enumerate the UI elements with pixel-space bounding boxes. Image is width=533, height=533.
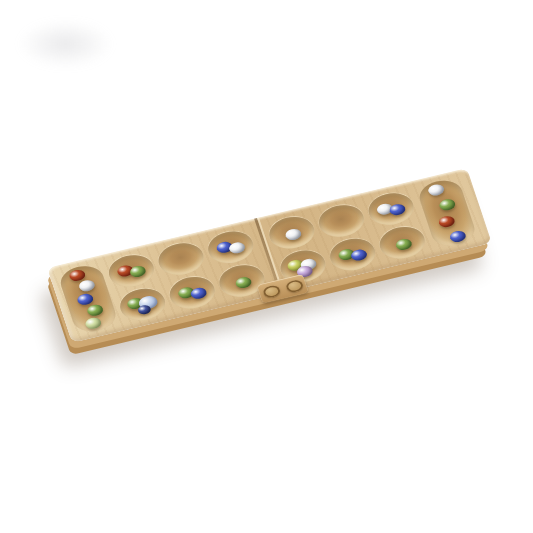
marble-white <box>78 279 97 293</box>
pit-top-6[interactable] <box>364 189 418 229</box>
pit-top-4[interactable] <box>265 213 319 253</box>
pit-top-1[interactable] <box>105 251 159 291</box>
marble-green <box>438 197 457 211</box>
pit-top-5[interactable] <box>315 201 369 241</box>
pit-top-3[interactable] <box>204 227 258 267</box>
marble-red <box>438 215 457 229</box>
pit-bottom-1[interactable] <box>116 284 170 324</box>
marble-green <box>234 275 253 289</box>
marble-blue <box>449 230 468 244</box>
pit-bottom-5[interactable] <box>326 234 380 274</box>
marble-white <box>284 227 303 241</box>
marble-green <box>86 303 105 317</box>
background-smudge <box>18 20 113 68</box>
pit-bottom-2[interactable] <box>165 273 219 313</box>
marble-lightgreen <box>84 316 103 330</box>
product-photo-scene <box>0 0 533 533</box>
marble-darkblue <box>136 304 151 315</box>
hinge-pin-right <box>284 279 304 294</box>
pit-top-2[interactable] <box>154 239 208 279</box>
mancala-board <box>47 168 492 343</box>
marble-green <box>394 237 413 251</box>
pits-left-half <box>105 227 269 324</box>
pit-bottom-6[interactable] <box>375 223 429 263</box>
pits-right-half <box>265 189 429 286</box>
hinge-pin-left <box>261 284 281 299</box>
marble-white <box>427 183 446 197</box>
